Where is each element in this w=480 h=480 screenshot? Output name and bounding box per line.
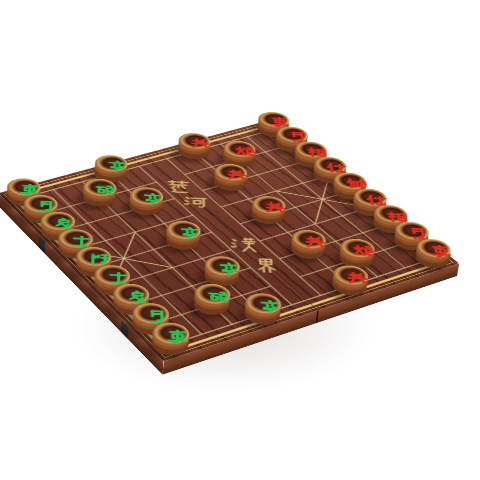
piece-green-soldier[interactable]: 卒 [159,228,208,254]
piece-char-glyph-icon [70,234,94,248]
piece-char-glyph-icon [217,262,242,276]
piece-char-glyph-icon [269,116,292,128]
piece-char-glyph-icon [141,192,164,205]
piece-char-glyph-icon [165,329,191,345]
piece-char-glyph-icon [94,184,117,197]
piece-char-glyph-icon [428,244,454,258]
piece-char-glyph-icon [52,217,76,231]
piece-red-soldier[interactable]: 兵 [171,140,216,163]
piece-green-soldier[interactable]: 卒 [122,194,170,219]
piece-char-glyph-icon [145,309,170,325]
piece-char-glyph-icon [257,299,283,314]
piece-char-glyph-icon [406,227,432,241]
piece-char-glyph-icon [207,290,232,305]
piece-green-cannon[interactable]: 砲 [76,186,123,211]
piece-red-soldier[interactable]: 兵 [244,203,292,228]
piece-char-glyph-icon [287,131,310,143]
piece-red-soldier[interactable]: 兵 [207,171,254,195]
piece-char-glyph-icon [35,200,59,213]
piece-char-glyph-icon [178,226,202,240]
piece-char-glyph-icon [88,252,112,266]
piece-char-glyph-icon [226,168,249,181]
piece-char-glyph-icon [263,201,287,214]
piece-char-glyph-icon [303,235,328,249]
piece-char-glyph-icon [234,145,257,157]
river-character [183,195,210,212]
piece-char-glyph-icon [189,137,211,149]
piece-char-glyph-icon [18,183,42,196]
piece-red-soldier[interactable]: 兵 [283,237,332,264]
piece-char-glyph-icon [106,160,128,173]
piece-char-glyph-icon [352,244,378,258]
river-char-glyph-icon [183,195,210,210]
piece-char-glyph-icon [385,210,410,223]
piece-char-glyph-icon [325,161,349,173]
river-char-glyph-icon [165,179,192,194]
piece-char-glyph-icon [306,146,329,158]
piece-char-glyph-icon [365,193,390,206]
product-photo-stage: 車馬相仕帥仕相馬車炮炮兵兵兵兵兵卒卒卒卒卒砲砲車馬象士將士象馬車 [0,0,480,480]
piece-char-glyph-icon [126,290,151,305]
river-character [165,179,192,196]
piece-char-glyph-icon [345,177,369,190]
piece-green-cannon[interactable]: 砲 [186,291,237,320]
piece-char-glyph-icon [107,271,131,286]
piece-char-glyph-icon [345,271,371,286]
